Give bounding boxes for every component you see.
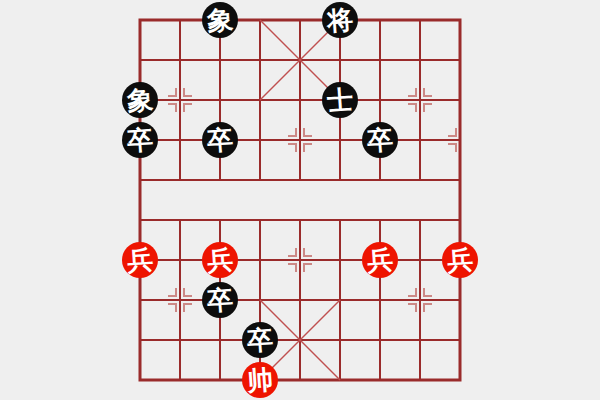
red-soldier-piece-glyph: 兵 (126, 246, 154, 274)
red-general-piece[interactable]: 帅 (242, 362, 278, 398)
point-marker (288, 248, 296, 256)
red-soldier-piece[interactable]: 兵 (122, 242, 158, 278)
black-soldier-piece[interactable]: 卒 (202, 282, 238, 318)
black-soldier-piece[interactable]: 卒 (202, 122, 238, 158)
point-marker (448, 128, 456, 136)
black-elephant-piece-glyph: 象 (206, 6, 234, 34)
point-marker (184, 104, 192, 112)
black-soldier-piece-glyph: 卒 (366, 126, 394, 154)
point-marker (408, 104, 416, 112)
black-soldier-piece-glyph: 卒 (206, 286, 234, 314)
point-marker (168, 104, 176, 112)
point-marker (408, 304, 416, 312)
red-soldier-piece-glyph: 兵 (446, 246, 474, 274)
black-elephant-piece-glyph: 象 (126, 86, 154, 114)
point-marker (424, 304, 432, 312)
red-soldier-piece-glyph: 兵 (206, 246, 234, 274)
black-elephant-piece[interactable]: 象 (122, 82, 158, 118)
red-general-piece-glyph: 帅 (246, 366, 274, 394)
point-marker (424, 104, 432, 112)
point-marker (184, 288, 192, 296)
point-marker (184, 304, 192, 312)
black-soldier-piece-glyph: 卒 (246, 326, 274, 354)
red-soldier-piece[interactable]: 兵 (442, 242, 478, 278)
black-soldier-piece[interactable]: 卒 (122, 122, 158, 158)
xiangqi-board: 象将象士卒卒卒兵兵兵兵卒卒帅 (0, 0, 600, 400)
point-marker (408, 88, 416, 96)
point-marker (304, 128, 312, 136)
board-grid (0, 0, 600, 400)
point-marker (288, 144, 296, 152)
black-soldier-piece-glyph: 卒 (206, 126, 234, 154)
black-general-piece-glyph: 将 (326, 6, 354, 34)
red-soldier-piece[interactable]: 兵 (202, 242, 238, 278)
point-marker (424, 88, 432, 96)
point-marker (304, 248, 312, 256)
black-soldier-piece[interactable]: 卒 (242, 322, 278, 358)
black-elephant-piece[interactable]: 象 (202, 2, 238, 38)
point-marker (168, 88, 176, 96)
red-soldier-piece-glyph: 兵 (366, 246, 394, 274)
black-advisor-piece-glyph: 士 (326, 86, 354, 114)
black-general-piece[interactable]: 将 (322, 2, 358, 38)
point-marker (408, 288, 416, 296)
point-marker (288, 264, 296, 272)
point-marker (424, 288, 432, 296)
black-soldier-piece-glyph: 卒 (126, 126, 154, 154)
point-marker (168, 288, 176, 296)
black-soldier-piece[interactable]: 卒 (362, 122, 398, 158)
point-marker (288, 128, 296, 136)
red-soldier-piece[interactable]: 兵 (362, 242, 398, 278)
point-marker (184, 88, 192, 96)
point-marker (448, 144, 456, 152)
point-marker (304, 144, 312, 152)
point-marker (304, 264, 312, 272)
point-marker (168, 304, 176, 312)
black-advisor-piece[interactable]: 士 (322, 82, 358, 118)
